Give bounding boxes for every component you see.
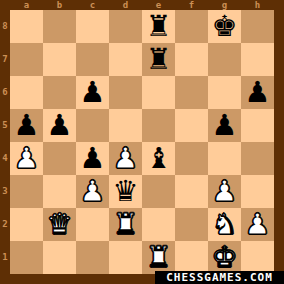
file-label-f: f <box>175 0 208 10</box>
black-pawn-c6: ♟ <box>76 76 109 109</box>
square-d8 <box>109 10 142 43</box>
square-h8 <box>241 10 274 43</box>
rank-label-6: 6 <box>0 76 10 109</box>
square-f2 <box>175 208 208 241</box>
white-pawn-a4: ♟ <box>10 142 43 175</box>
square-h7 <box>241 43 274 76</box>
white-rook-e1: ♜ <box>142 241 175 274</box>
square-c3: ♟ <box>76 175 109 208</box>
square-d5 <box>109 109 142 142</box>
black-pawn-h6: ♟ <box>241 76 274 109</box>
square-d1 <box>109 241 142 274</box>
square-c5 <box>76 109 109 142</box>
square-f4 <box>175 142 208 175</box>
square-c7 <box>76 43 109 76</box>
black-pawn-a5: ♟ <box>10 109 43 142</box>
square-a3 <box>10 175 43 208</box>
square-g6 <box>208 76 241 109</box>
square-f1 <box>175 241 208 274</box>
square-g7 <box>208 43 241 76</box>
square-h1 <box>241 241 274 274</box>
square-d4: ♟ <box>109 142 142 175</box>
square-f7 <box>175 43 208 76</box>
square-d6 <box>109 76 142 109</box>
black-king-g8: ♚ <box>208 10 241 43</box>
square-b8 <box>43 10 76 43</box>
square-e8: ♜ <box>142 10 175 43</box>
black-queen-d3: ♛ <box>109 175 142 208</box>
black-rook-e7: ♜ <box>142 43 175 76</box>
square-g5: ♟ <box>208 109 241 142</box>
black-pawn-c4: ♟ <box>76 142 109 175</box>
square-a6 <box>10 76 43 109</box>
rank-label-8: 8 <box>0 10 10 43</box>
file-label-h: h <box>241 0 274 10</box>
black-rook-e8: ♜ <box>142 10 175 43</box>
square-f5 <box>175 109 208 142</box>
square-d7 <box>109 43 142 76</box>
file-label-a: a <box>10 0 43 10</box>
square-c6: ♟ <box>76 76 109 109</box>
square-g2: ♞ <box>208 208 241 241</box>
square-a2 <box>10 208 43 241</box>
square-b3 <box>43 175 76 208</box>
square-e6 <box>142 76 175 109</box>
white-rook-d2: ♜ <box>109 208 142 241</box>
chess-board-frame: abcdefgh 87654321 ♜♚♜♟♟♟♟♟♟♟♟♝♟♛♟♛♜♞♟♜♚ … <box>0 0 284 284</box>
square-c2 <box>76 208 109 241</box>
square-g3: ♟ <box>208 175 241 208</box>
white-pawn-d4: ♟ <box>109 142 142 175</box>
square-f3 <box>175 175 208 208</box>
square-c1 <box>76 241 109 274</box>
rank-label-2: 2 <box>0 208 10 241</box>
square-g8: ♚ <box>208 10 241 43</box>
square-e4: ♝ <box>142 142 175 175</box>
square-b7 <box>43 43 76 76</box>
rank-label-3: 3 <box>0 175 10 208</box>
white-queen-b2: ♛ <box>43 208 76 241</box>
square-e7: ♜ <box>142 43 175 76</box>
white-king-g1: ♚ <box>208 241 241 274</box>
file-label-c: c <box>76 0 109 10</box>
black-pawn-b5: ♟ <box>43 109 76 142</box>
square-c8 <box>76 10 109 43</box>
square-a1 <box>10 241 43 274</box>
rank-label-5: 5 <box>0 109 10 142</box>
square-g4 <box>208 142 241 175</box>
square-a5: ♟ <box>10 109 43 142</box>
square-h4 <box>241 142 274 175</box>
square-d3: ♛ <box>109 175 142 208</box>
chess-board: ♜♚♜♟♟♟♟♟♟♟♟♝♟♛♟♛♜♞♟♜♚ <box>10 10 274 274</box>
rank-label-1: 1 <box>0 241 10 274</box>
square-g1: ♚ <box>208 241 241 274</box>
white-pawn-h2: ♟ <box>241 208 274 241</box>
square-h2: ♟ <box>241 208 274 241</box>
rank-label-7: 7 <box>0 43 10 76</box>
square-e2 <box>142 208 175 241</box>
square-f8 <box>175 10 208 43</box>
chessgames-link[interactable]: CHESSGAMES.COM <box>155 271 284 284</box>
white-pawn-g3: ♟ <box>208 175 241 208</box>
rank-labels: 87654321 <box>0 10 10 274</box>
square-h3 <box>241 175 274 208</box>
square-c4: ♟ <box>76 142 109 175</box>
file-label-b: b <box>43 0 76 10</box>
square-e1: ♜ <box>142 241 175 274</box>
square-e3 <box>142 175 175 208</box>
white-knight-g2: ♞ <box>208 208 241 241</box>
square-f6 <box>175 76 208 109</box>
black-pawn-g5: ♟ <box>208 109 241 142</box>
white-pawn-c3: ♟ <box>76 175 109 208</box>
square-a7 <box>10 43 43 76</box>
square-b2: ♛ <box>43 208 76 241</box>
square-a4: ♟ <box>10 142 43 175</box>
square-d2: ♜ <box>109 208 142 241</box>
file-label-d: d <box>109 0 142 10</box>
square-a8 <box>10 10 43 43</box>
square-b5: ♟ <box>43 109 76 142</box>
square-b4 <box>43 142 76 175</box>
square-h6: ♟ <box>241 76 274 109</box>
rank-label-4: 4 <box>0 142 10 175</box>
square-b1 <box>43 241 76 274</box>
square-b6 <box>43 76 76 109</box>
black-bishop-e4: ♝ <box>142 142 175 175</box>
square-h5 <box>241 109 274 142</box>
square-e5 <box>142 109 175 142</box>
